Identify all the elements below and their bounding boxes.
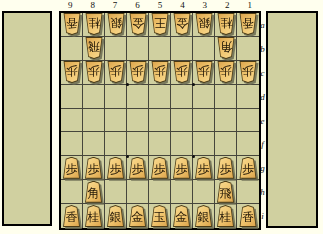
piece-6c[interactable]: 歩 — [129, 61, 147, 83]
gote-koma: 歩 — [63, 61, 81, 83]
square-5f[interactable] — [149, 132, 171, 156]
square-5b[interactable] — [149, 37, 171, 61]
sente-koma: 桂 — [217, 205, 235, 227]
piece-6i[interactable]: 金 — [129, 205, 147, 227]
koma-kanji: 歩 — [220, 161, 232, 175]
square-3f[interactable] — [193, 132, 215, 156]
koma-kanji: 歩 — [176, 65, 188, 79]
koma-face: 桂 — [218, 206, 234, 226]
piece-2i[interactable]: 桂 — [217, 205, 235, 227]
gote-koma: 飛 — [85, 37, 103, 59]
piece-2g[interactable]: 歩 — [217, 157, 235, 179]
square-1i[interactable]: 香 — [237, 204, 259, 228]
square-2h[interactable]: 飛 — [215, 180, 237, 204]
koma-kanji: 歩 — [110, 65, 122, 79]
gote-koma: 歩 — [107, 61, 125, 83]
rank-label-g: g — [259, 156, 266, 180]
square-4e[interactable] — [171, 109, 193, 133]
koma-face: 歩 — [130, 158, 146, 178]
square-5h[interactable] — [149, 180, 171, 204]
square-5a[interactable]: 王 — [149, 13, 171, 37]
square-8a[interactable]: 桂 — [83, 13, 105, 37]
koma-kanji: 角 — [220, 41, 232, 55]
square-2f[interactable] — [215, 132, 237, 156]
piece-9c[interactable]: 歩 — [63, 61, 81, 83]
gote-koma: 銀 — [107, 13, 125, 35]
square-3h[interactable] — [193, 180, 215, 204]
sente-koma: 歩 — [217, 157, 235, 179]
koma-kanji: 歩 — [198, 161, 210, 175]
rank-label-h: h — [259, 180, 266, 204]
star-point — [192, 83, 195, 86]
koma-kanji: 歩 — [66, 161, 78, 175]
square-1e[interactable] — [237, 109, 259, 133]
sente-koma: 歩 — [195, 157, 213, 179]
koma-face: 歩 — [174, 158, 190, 178]
sente-koma: 金 — [173, 205, 191, 227]
file-label-7: 7 — [104, 0, 126, 11]
piece-7g[interactable]: 歩 — [107, 157, 125, 179]
koma-kanji: 銀 — [110, 17, 122, 31]
square-4a[interactable]: 金 — [171, 13, 193, 37]
koma-kanji: 歩 — [154, 65, 166, 79]
square-3i[interactable]: 銀 — [193, 204, 215, 228]
square-4c[interactable]: 歩 — [171, 61, 193, 85]
koma-face: 玉 — [152, 206, 168, 226]
piece-1c[interactable]: 歩 — [239, 61, 257, 83]
gote-koma: 歩 — [239, 61, 257, 83]
square-6a[interactable]: 金 — [127, 13, 149, 37]
square-5i[interactable]: 玉 — [149, 204, 171, 228]
koma-face: 金 — [130, 206, 146, 226]
gote-koma: 桂 — [85, 13, 103, 35]
square-3a[interactable]: 銀 — [193, 13, 215, 37]
square-4d[interactable] — [171, 85, 193, 109]
piece-7a[interactable]: 銀 — [107, 13, 125, 35]
square-7i[interactable]: 銀 — [105, 204, 127, 228]
gote-koma: 歩 — [195, 61, 213, 83]
rank-label-c: c — [259, 61, 266, 85]
piece-6a[interactable]: 金 — [129, 13, 147, 35]
piece-3a[interactable]: 銀 — [195, 13, 213, 35]
gote-koma: 金 — [129, 13, 147, 35]
koma-kanji: 歩 — [132, 65, 144, 79]
square-9h[interactable] — [61, 180, 83, 204]
piece-7i[interactable]: 銀 — [107, 205, 125, 227]
piece-6g[interactable]: 歩 — [129, 157, 147, 179]
gote-koma: 歩 — [129, 61, 147, 83]
rank-label-d: d — [259, 85, 266, 109]
rank-label-a: a — [259, 13, 266, 37]
square-3e[interactable] — [193, 109, 215, 133]
star-point — [126, 155, 129, 158]
square-8c[interactable]: 歩 — [83, 61, 105, 85]
file-label-4: 4 — [171, 0, 193, 11]
square-1c[interactable]: 歩 — [237, 61, 259, 85]
square-9b[interactable] — [61, 37, 83, 61]
piece-1i[interactable]: 香 — [239, 205, 257, 227]
gote-koma: 歩 — [85, 61, 103, 83]
koma-face: 歩 — [218, 62, 234, 82]
koma-kanji: 桂 — [220, 209, 232, 223]
koma-face: 歩 — [108, 62, 124, 82]
piece-5c[interactable]: 歩 — [151, 61, 169, 83]
rank-label-i: i — [259, 204, 266, 228]
sente-koma: 歩 — [129, 157, 147, 179]
square-7a[interactable]: 銀 — [105, 13, 127, 37]
square-2e[interactable] — [215, 109, 237, 133]
koma-kanji: 玉 — [154, 209, 166, 223]
gote-koma: 角 — [217, 37, 235, 59]
square-2a[interactable]: 桂 — [215, 13, 237, 37]
piece-4c[interactable]: 歩 — [173, 61, 191, 83]
square-9a[interactable]: 香 — [61, 13, 83, 37]
sente-koma: 飛 — [217, 181, 235, 203]
piece-3g[interactable]: 歩 — [195, 157, 213, 179]
piece-8c[interactable]: 歩 — [85, 61, 103, 83]
square-8g[interactable]: 歩 — [83, 156, 105, 180]
square-7e[interactable] — [105, 109, 127, 133]
piece-8g[interactable]: 歩 — [85, 157, 103, 179]
file-label-3: 3 — [194, 0, 216, 11]
sente-koma: 歩 — [107, 157, 125, 179]
square-6d[interactable] — [127, 85, 149, 109]
komadai-sente[interactable] — [266, 11, 318, 228]
piece-5a[interactable]: 王 — [151, 13, 169, 35]
square-6i[interactable]: 金 — [127, 204, 149, 228]
koma-face: 桂 — [86, 14, 102, 34]
star-point — [192, 155, 195, 158]
rank-label-b: b — [259, 37, 266, 61]
koma-face: 歩 — [196, 62, 212, 82]
sente-koma: 角 — [85, 181, 103, 203]
koma-kanji: 香 — [66, 209, 78, 223]
piece-2h[interactable]: 飛 — [217, 181, 235, 203]
koma-kanji: 香 — [242, 209, 254, 223]
koma-kanji: 金 — [176, 209, 188, 223]
koma-face: 香 — [240, 14, 256, 34]
koma-face: 銀 — [108, 206, 124, 226]
koma-kanji: 金 — [132, 17, 144, 31]
rank-labels: abcdefghi — [259, 13, 266, 228]
piece-2a[interactable]: 桂 — [217, 13, 235, 35]
square-9e[interactable] — [61, 109, 83, 133]
koma-face: 銀 — [196, 14, 212, 34]
koma-kanji: 銀 — [198, 17, 210, 31]
shogi-app: 987654321 香桂銀金王金銀桂香飛角歩歩歩歩歩歩歩歩歩歩歩歩歩歩歩歩歩歩角… — [0, 0, 323, 234]
koma-kanji: 歩 — [198, 65, 210, 79]
koma-face: 角 — [218, 38, 234, 58]
koma-kanji: 王 — [154, 17, 166, 31]
gote-koma: 歩 — [217, 61, 235, 83]
square-2d[interactable] — [215, 85, 237, 109]
piece-9a[interactable]: 香 — [63, 13, 81, 35]
piece-1a[interactable]: 香 — [239, 13, 257, 35]
piece-2b[interactable]: 角 — [217, 37, 235, 59]
square-7f[interactable] — [105, 132, 127, 156]
gote-koma: 桂 — [217, 13, 235, 35]
square-3d[interactable] — [193, 85, 215, 109]
koma-kanji: 歩 — [110, 161, 122, 175]
koma-face: 歩 — [174, 62, 190, 82]
koma-face: 金 — [174, 206, 190, 226]
file-label-8: 8 — [81, 0, 103, 11]
square-9d[interactable] — [61, 85, 83, 109]
square-7c[interactable]: 歩 — [105, 61, 127, 85]
square-3b[interactable] — [193, 37, 215, 61]
square-6c[interactable]: 歩 — [127, 61, 149, 85]
koma-kanji: 桂 — [220, 17, 232, 31]
koma-kanji: 歩 — [88, 161, 100, 175]
piece-8i[interactable]: 桂 — [85, 205, 103, 227]
koma-face: 金 — [130, 14, 146, 34]
sente-koma: 香 — [63, 205, 81, 227]
koma-face: 金 — [174, 14, 190, 34]
square-9c[interactable]: 歩 — [61, 61, 83, 85]
square-8i[interactable]: 桂 — [83, 204, 105, 228]
koma-kanji: 歩 — [132, 161, 144, 175]
koma-kanji: 桂 — [88, 209, 100, 223]
koma-kanji: 歩 — [176, 161, 188, 175]
square-7d[interactable] — [105, 85, 127, 109]
square-4b[interactable] — [171, 37, 193, 61]
sente-koma: 玉 — [151, 205, 169, 227]
piece-8h[interactable]: 角 — [85, 181, 103, 203]
star-point — [126, 83, 129, 86]
koma-face: 歩 — [152, 158, 168, 178]
square-3g[interactable]: 歩 — [193, 156, 215, 180]
square-6b[interactable] — [127, 37, 149, 61]
koma-kanji: 飛 — [88, 41, 100, 55]
square-6e[interactable] — [127, 109, 149, 133]
komadai-gote[interactable] — [2, 11, 52, 226]
koma-face: 歩 — [240, 62, 256, 82]
file-label-1: 1 — [239, 0, 261, 11]
koma-face: 歩 — [130, 62, 146, 82]
piece-5g[interactable]: 歩 — [151, 157, 169, 179]
piece-4i[interactable]: 金 — [173, 205, 191, 227]
koma-face: 飛 — [86, 38, 102, 58]
piece-4a[interactable]: 金 — [173, 13, 191, 35]
square-1b[interactable] — [237, 37, 259, 61]
square-2c[interactable]: 歩 — [215, 61, 237, 85]
square-2b[interactable]: 角 — [215, 37, 237, 61]
board-grid: 香桂銀金王金銀桂香飛角歩歩歩歩歩歩歩歩歩歩歩歩歩歩歩歩歩歩角飛香桂銀金玉金銀桂香 — [61, 13, 259, 228]
piece-4g[interactable]: 歩 — [173, 157, 191, 179]
square-4g[interactable]: 歩 — [171, 156, 193, 180]
sente-koma: 歩 — [151, 157, 169, 179]
koma-face: 歩 — [218, 158, 234, 178]
koma-face: 歩 — [240, 158, 256, 178]
koma-kanji: 香 — [242, 17, 254, 31]
piece-9i[interactable]: 香 — [63, 205, 81, 227]
square-1a[interactable]: 香 — [237, 13, 259, 37]
piece-3i[interactable]: 銀 — [195, 205, 213, 227]
square-2g[interactable]: 歩 — [215, 156, 237, 180]
square-9f[interactable] — [61, 132, 83, 156]
square-5e[interactable] — [149, 109, 171, 133]
piece-7c[interactable]: 歩 — [107, 61, 125, 83]
sente-koma: 歩 — [85, 157, 103, 179]
gote-koma: 香 — [63, 13, 81, 35]
sente-koma: 歩 — [239, 157, 257, 179]
square-5d[interactable] — [149, 85, 171, 109]
koma-kanji: 銀 — [198, 209, 210, 223]
square-1f[interactable] — [237, 132, 259, 156]
koma-face: 銀 — [196, 206, 212, 226]
koma-face: 飛 — [218, 182, 234, 202]
sente-koma: 銀 — [195, 205, 213, 227]
koma-kanji: 歩 — [88, 65, 100, 79]
koma-face: 香 — [240, 206, 256, 226]
piece-1g[interactable]: 歩 — [239, 157, 257, 179]
square-8e[interactable] — [83, 109, 105, 133]
square-1d[interactable] — [237, 85, 259, 109]
piece-8a[interactable]: 桂 — [85, 13, 103, 35]
koma-face: 歩 — [64, 158, 80, 178]
square-7h[interactable] — [105, 180, 127, 204]
square-6h[interactable] — [127, 180, 149, 204]
koma-face: 香 — [64, 206, 80, 226]
koma-face: 王 — [152, 14, 168, 34]
sente-koma: 金 — [129, 205, 147, 227]
gote-koma: 王 — [151, 13, 169, 35]
square-8f[interactable] — [83, 132, 105, 156]
sente-koma: 銀 — [107, 205, 125, 227]
square-2i[interactable]: 桂 — [215, 204, 237, 228]
piece-3c[interactable]: 歩 — [195, 61, 213, 83]
koma-kanji: 金 — [132, 209, 144, 223]
square-5g[interactable]: 歩 — [149, 156, 171, 180]
gote-koma: 金 — [173, 13, 191, 35]
square-6f[interactable] — [127, 132, 149, 156]
file-label-5: 5 — [149, 0, 171, 11]
koma-kanji: 歩 — [220, 65, 232, 79]
piece-2c[interactable]: 歩 — [217, 61, 235, 83]
sente-koma: 桂 — [85, 205, 103, 227]
koma-face: 歩 — [86, 158, 102, 178]
gote-koma: 歩 — [173, 61, 191, 83]
piece-8b[interactable]: 飛 — [85, 37, 103, 59]
koma-kanji: 歩 — [242, 161, 254, 175]
koma-kanji: 歩 — [242, 65, 254, 79]
koma-face: 歩 — [152, 62, 168, 82]
rank-label-f: f — [259, 132, 266, 156]
koma-face: 桂 — [86, 206, 102, 226]
square-9i[interactable]: 香 — [61, 204, 83, 228]
square-4i[interactable]: 金 — [171, 204, 193, 228]
shogi-board: 香桂銀金王金銀桂香飛角歩歩歩歩歩歩歩歩歩歩歩歩歩歩歩歩歩歩角飛香桂銀金玉金銀桂香 — [59, 11, 261, 230]
square-8h[interactable]: 角 — [83, 180, 105, 204]
sente-koma: 歩 — [173, 157, 191, 179]
square-1g[interactable]: 歩 — [237, 156, 259, 180]
gote-koma: 香 — [239, 13, 257, 35]
square-6g[interactable]: 歩 — [127, 156, 149, 180]
koma-face: 歩 — [196, 158, 212, 178]
koma-kanji: 飛 — [220, 185, 232, 199]
gote-koma: 銀 — [195, 13, 213, 35]
square-3c[interactable]: 歩 — [193, 61, 215, 85]
koma-face: 角 — [86, 182, 102, 202]
piece-9g[interactable]: 歩 — [63, 157, 81, 179]
square-7g[interactable]: 歩 — [105, 156, 127, 180]
square-4h[interactable] — [171, 180, 193, 204]
koma-kanji: 歩 — [154, 161, 166, 175]
square-1h[interactable] — [237, 180, 259, 204]
square-4f[interactable] — [171, 132, 193, 156]
koma-kanji: 角 — [88, 185, 100, 199]
file-label-6: 6 — [126, 0, 148, 11]
sente-koma: 歩 — [63, 157, 81, 179]
square-8d[interactable] — [83, 85, 105, 109]
square-9g[interactable]: 歩 — [61, 156, 83, 180]
koma-kanji: 歩 — [66, 65, 78, 79]
koma-kanji: 金 — [176, 17, 188, 31]
square-5c[interactable]: 歩 — [149, 61, 171, 85]
koma-face: 歩 — [64, 62, 80, 82]
piece-5i[interactable]: 玉 — [151, 205, 169, 227]
koma-face: 銀 — [108, 14, 124, 34]
koma-face: 桂 — [218, 14, 234, 34]
gote-koma: 歩 — [151, 61, 169, 83]
koma-kanji: 香 — [66, 17, 78, 31]
file-labels: 987654321 — [59, 0, 261, 11]
koma-face: 香 — [64, 14, 80, 34]
koma-kanji: 銀 — [110, 209, 122, 223]
file-label-9: 9 — [59, 0, 81, 11]
file-label-2: 2 — [216, 0, 238, 11]
rank-label-e: e — [259, 109, 266, 133]
koma-kanji: 桂 — [88, 17, 100, 31]
square-8b[interactable]: 飛 — [83, 37, 105, 61]
koma-face: 歩 — [86, 62, 102, 82]
koma-face: 歩 — [108, 158, 124, 178]
square-7b[interactable] — [105, 37, 127, 61]
sente-koma: 香 — [239, 205, 257, 227]
